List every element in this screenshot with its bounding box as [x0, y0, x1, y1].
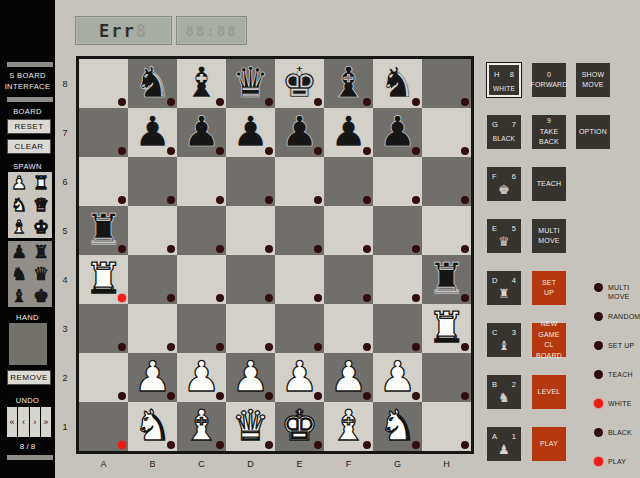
key-button-d4[interactable]: D4♜: [487, 271, 521, 305]
spawn-black-knight[interactable]: ♞: [8, 263, 30, 285]
square-led-d1: [265, 441, 273, 449]
square-led-d7: [265, 147, 273, 155]
led-label: TEACH: [608, 370, 640, 379]
square-a7[interactable]: [79, 108, 128, 157]
square-h8[interactable]: [422, 59, 471, 108]
error-display: Err8: [75, 16, 172, 45]
square-h1[interactable]: [422, 402, 471, 451]
black-bishop[interactable]: ♝: [11, 286, 27, 306]
square-a5[interactable]: ♜: [79, 206, 128, 255]
square-led-h1: [461, 441, 469, 449]
spawn-palette-black: ♟♜♞♛♝♚: [8, 241, 52, 307]
square-c4[interactable]: [177, 255, 226, 304]
square-a1[interactable]: [79, 402, 128, 451]
square-led-c8: [216, 98, 224, 106]
square-led-c2: [216, 392, 224, 400]
key-button-f6[interactable]: F6♚: [487, 167, 521, 201]
square-led-g6: [412, 196, 420, 204]
remove-button[interactable]: REMOVE: [7, 370, 51, 385]
file-label-c: C: [177, 459, 226, 469]
led-label: RANDOM: [608, 312, 640, 321]
spawn-white-bishop[interactable]: ♝: [8, 216, 30, 238]
chess-board: ♞♝♛♚♝♞♟♟♟♟♟♟♜♜♜♜♟♟♟♟♟♟♞♝♛♚♝♞: [76, 56, 474, 454]
spawn-black-rook[interactable]: ♜: [30, 241, 52, 263]
square-led-g5: [412, 245, 420, 253]
key-file-label: E: [492, 224, 497, 233]
led-label: PLAY: [608, 457, 640, 466]
led-white: WHITE: [594, 399, 640, 408]
square-f1[interactable]: ♝: [324, 402, 373, 451]
square-led-g1: [412, 441, 420, 449]
spawn-white-king[interactable]: ♚: [30, 216, 52, 238]
file-label-d: D: [226, 459, 275, 469]
square-led-d2: [265, 392, 273, 400]
divider: [7, 62, 53, 67]
square-c8[interactable]: ♝: [177, 59, 226, 108]
key-side-label: BLACK: [487, 135, 521, 142]
key-digit-label: 5: [512, 224, 516, 233]
square-led-b5: [167, 245, 175, 253]
square-e7[interactable]: ♟: [275, 108, 324, 157]
square-led-d8: [265, 98, 273, 106]
square-led-f6: [363, 196, 371, 204]
square-led-h8: [461, 98, 469, 106]
rank-label-4: 4: [56, 255, 74, 304]
spawn-black-king[interactable]: ♚: [30, 285, 52, 307]
rank-label-2: 2: [56, 353, 74, 402]
key-file-label: A: [492, 432, 497, 441]
key-digit-label: 3: [512, 328, 516, 337]
square-led-a6: [118, 196, 126, 204]
0-forward-button[interactable]: 0 FORWARD: [532, 63, 566, 97]
9-take-back-button[interactable]: 9 TAKE BACK: [532, 115, 566, 149]
square-led-c3: [216, 343, 224, 351]
undo-forward-button[interactable]: ›: [30, 407, 40, 437]
square-led-f8: [363, 98, 371, 106]
square-e3[interactable]: [275, 304, 324, 353]
square-e8[interactable]: ♚: [275, 59, 324, 108]
square-d5[interactable]: [226, 206, 275, 255]
square-led-f7: [363, 147, 371, 155]
level-button[interactable]: LEVEL: [532, 375, 566, 409]
square-c5[interactable]: [177, 206, 226, 255]
led-label: WHITE: [608, 399, 640, 408]
key-digit-label: 1: [512, 432, 516, 441]
square-led-e5: [314, 245, 322, 253]
knight-icon: ♞: [487, 391, 521, 405]
square-led-c6: [216, 196, 224, 204]
square-d6[interactable]: [226, 157, 275, 206]
square-led-h6: [461, 196, 469, 204]
square-led-f2: [363, 392, 371, 400]
square-h5[interactable]: [422, 206, 471, 255]
key-button-a1[interactable]: A1♟: [487, 427, 521, 461]
square-led-h3: [461, 343, 469, 351]
undo-last-button[interactable]: »: [41, 407, 51, 437]
square-f3[interactable]: [324, 304, 373, 353]
white-pawn[interactable]: ♟: [11, 173, 27, 193]
square-h2[interactable]: [422, 353, 471, 402]
spawn-palette-white: ♟♜♞♛♝♚: [8, 172, 52, 238]
pawn-icon: ♟: [487, 443, 521, 457]
square-led-e4: [314, 294, 322, 302]
key-button-g7[interactable]: G7BLACK: [487, 115, 521, 149]
square-h7[interactable]: [422, 108, 471, 157]
square-led-d5: [265, 245, 273, 253]
square-b1[interactable]: ♞: [128, 402, 177, 451]
queen-icon: ♛: [487, 235, 521, 249]
white-bishop[interactable]: ♝: [11, 217, 27, 237]
square-h4[interactable]: ♜: [422, 255, 471, 304]
square-led-g4: [412, 294, 420, 302]
file-label-b: B: [128, 459, 177, 469]
led-dot-set-up: [594, 341, 603, 350]
square-e4[interactable]: [275, 255, 324, 304]
square-h6[interactable]: [422, 157, 471, 206]
lcd-ghost-digit: 8: [136, 21, 148, 41]
square-b7[interactable]: ♟: [128, 108, 177, 157]
led-random: RANDOM: [594, 312, 640, 321]
square-d8[interactable]: ♛: [226, 59, 275, 108]
square-b6[interactable]: [128, 157, 177, 206]
square-led-a1: [118, 441, 126, 449]
led-black: BLACK: [594, 428, 640, 437]
square-f8[interactable]: ♝: [324, 59, 373, 108]
spawn-white-pawn[interactable]: ♟: [8, 172, 30, 194]
rank-label-7: 7: [56, 108, 74, 157]
reset-button[interactable]: RESET: [7, 119, 51, 134]
square-led-b7: [167, 147, 175, 155]
black-knight[interactable]: ♞: [11, 264, 27, 284]
rank-label-3: 3: [56, 304, 74, 353]
undo-controls: «‹›»: [7, 407, 51, 437]
key-side-label: WHITE: [489, 85, 519, 92]
square-f4[interactable]: [324, 255, 373, 304]
square-a8[interactable]: [79, 59, 128, 108]
square-led-h7: [461, 147, 469, 155]
spawn-black-queen[interactable]: ♛: [30, 263, 52, 285]
square-f7[interactable]: ♟: [324, 108, 373, 157]
square-led-b2: [167, 392, 175, 400]
led-label: BLACK: [608, 428, 640, 437]
square-b8[interactable]: ♞: [128, 59, 177, 108]
white-king[interactable]: ♚: [33, 217, 49, 237]
square-d2[interactable]: ♟: [226, 353, 275, 402]
rook-icon: ♜: [487, 287, 521, 301]
square-led-e8: [314, 98, 322, 106]
spawn-white-rook[interactable]: ♜: [30, 172, 52, 194]
key-file-label: C: [492, 328, 498, 337]
play-button[interactable]: PLAY: [532, 427, 566, 461]
square-led-c7: [216, 147, 224, 155]
key-file-label: H: [494, 70, 500, 79]
square-c7[interactable]: ♟: [177, 108, 226, 157]
square-a2[interactable]: [79, 353, 128, 402]
divider: [7, 97, 53, 102]
square-e1[interactable]: ♚: [275, 402, 324, 451]
square-led-b4: [167, 294, 175, 302]
square-led-b1: [167, 441, 175, 449]
show-move-button[interactable]: SHOW MOVE: [576, 63, 610, 97]
square-led-a8: [118, 98, 126, 106]
undo-first-button[interactable]: «: [7, 407, 17, 437]
white-queen[interactable]: ♛: [33, 195, 49, 215]
square-g8[interactable]: ♞: [373, 59, 422, 108]
square-b2[interactable]: ♟: [128, 353, 177, 402]
square-g1[interactable]: ♞: [373, 402, 422, 451]
square-c2[interactable]: ♟: [177, 353, 226, 402]
square-led-f4: [363, 294, 371, 302]
square-led-a7: [118, 147, 126, 155]
key-button-b2[interactable]: B2♞: [487, 375, 521, 409]
key-button-e5[interactable]: E5♛: [487, 219, 521, 253]
undo-back-button[interactable]: ‹: [18, 407, 28, 437]
led-teach: TEACH: [594, 370, 640, 379]
square-led-b8: [167, 98, 175, 106]
key-file-label: D: [492, 276, 498, 285]
square-led-f3: [363, 343, 371, 351]
square-d7[interactable]: ♟: [226, 108, 275, 157]
square-e6[interactable]: [275, 157, 324, 206]
square-c1[interactable]: ♝: [177, 402, 226, 451]
divider: [7, 455, 53, 460]
led-play: PLAY: [594, 457, 640, 466]
black-king[interactable]: ♚: [33, 286, 49, 306]
led-dot-black: [594, 428, 603, 437]
clock-display: 88:88: [176, 16, 247, 45]
square-d3[interactable]: [226, 304, 275, 353]
led-dot-teach: [594, 370, 603, 379]
square-a3[interactable]: [79, 304, 128, 353]
key-button-c3[interactable]: C3♝: [487, 323, 521, 357]
square-a6[interactable]: [79, 157, 128, 206]
square-b5[interactable]: [128, 206, 177, 255]
rank-labels: 87654321: [56, 59, 74, 451]
new-game-cl-board-button[interactable]: NEW GAME CL BOARD: [532, 323, 566, 357]
square-g5[interactable]: [373, 206, 422, 255]
square-led-c4: [216, 294, 224, 302]
key-file-label: B: [492, 380, 497, 389]
key-file-label: G: [492, 120, 498, 129]
key-digit-label: 4: [512, 276, 516, 285]
file-labels: ABCDEFGH: [79, 459, 471, 469]
file-label-g: G: [373, 459, 422, 469]
king-icon: ♚: [487, 183, 521, 197]
led-multi-move: MULTI MOVE: [594, 283, 640, 301]
key-digit-label: 7: [512, 120, 516, 129]
square-led-a4: [118, 294, 126, 302]
square-f6[interactable]: [324, 157, 373, 206]
hand-slot[interactable]: [9, 323, 47, 365]
chess-computer-app: S BOARD INTERFACE BOARD RESET CLEAR SPAW…: [0, 0, 640, 478]
led-set-up: SET UP: [594, 341, 640, 350]
key-file-label: F: [492, 172, 497, 181]
key-digit-label: 6: [512, 172, 516, 181]
spawn-white-knight[interactable]: ♞: [8, 194, 30, 216]
spawn-label: SPAWN: [0, 162, 55, 171]
lcd-clock-ghost: 88:88: [185, 23, 237, 39]
key-button-h8[interactable]: H8WHITE: [487, 63, 521, 97]
led-dot-multi-move: [594, 283, 603, 292]
square-led-a3: [118, 343, 126, 351]
led-dot-random: [594, 312, 603, 321]
square-a4[interactable]: ♜: [79, 255, 128, 304]
sidebar-title-line2: INTERFACE: [0, 82, 55, 91]
square-led-d6: [265, 196, 273, 204]
hand-label: HAND: [0, 313, 55, 322]
square-c3[interactable]: [177, 304, 226, 353]
spawn-white-queen[interactable]: ♛: [30, 194, 52, 216]
square-g3[interactable]: [373, 304, 422, 353]
square-led-g2: [412, 392, 420, 400]
square-led-e1: [314, 441, 322, 449]
square-b3[interactable]: [128, 304, 177, 353]
spawn-black-bishop[interactable]: ♝: [8, 285, 30, 307]
rank-label-1: 1: [56, 402, 74, 451]
black-pawn[interactable]: ♟: [11, 242, 27, 262]
square-h3[interactable]: ♜: [422, 304, 471, 353]
square-led-e6: [314, 196, 322, 204]
file-label-e: E: [275, 459, 324, 469]
square-led-b3: [167, 343, 175, 351]
led-label: MULTI MOVE: [608, 283, 640, 301]
white-knight[interactable]: ♞: [11, 195, 27, 215]
square-g6[interactable]: [373, 157, 422, 206]
square-led-h2: [461, 392, 469, 400]
rank-label-8: 8: [56, 59, 74, 108]
bishop-icon: ♝: [487, 339, 521, 353]
square-g7[interactable]: ♟: [373, 108, 422, 157]
black-rook[interactable]: ♜: [33, 242, 49, 262]
teach-button[interactable]: TEACH: [532, 167, 566, 201]
rank-label-5: 5: [56, 206, 74, 255]
square-e2[interactable]: ♟: [275, 353, 324, 402]
square-led-b6: [167, 196, 175, 204]
square-led-c1: [216, 441, 224, 449]
square-led-e2: [314, 392, 322, 400]
square-led-g3: [412, 343, 420, 351]
square-led-e3: [314, 343, 322, 351]
set-up-button[interactable]: SET UP: [532, 271, 566, 305]
square-led-a5: [118, 245, 126, 253]
option-button[interactable]: OPTION: [576, 115, 610, 149]
square-led-f5: [363, 245, 371, 253]
key-digit-label: 2: [512, 380, 516, 389]
square-led-h4: [461, 294, 469, 302]
black-queen[interactable]: ♛: [33, 264, 49, 284]
square-led-a2: [118, 392, 126, 400]
rank-label-6: 6: [56, 157, 74, 206]
white-rook[interactable]: ♜: [33, 173, 49, 193]
square-led-d3: [265, 343, 273, 351]
square-g2[interactable]: ♟: [373, 353, 422, 402]
square-led-f1: [363, 441, 371, 449]
square-led-g7: [412, 147, 420, 155]
sidebar-title-line1: S BOARD: [0, 71, 55, 80]
square-led-g8: [412, 98, 420, 106]
square-f2[interactable]: ♟: [324, 353, 373, 402]
led-dot-play: [594, 457, 603, 466]
lcd-error-text: Err: [99, 21, 136, 41]
square-led-e7: [314, 147, 322, 155]
square-f5[interactable]: [324, 206, 373, 255]
square-c6[interactable]: [177, 157, 226, 206]
spawn-black-pawn[interactable]: ♟: [8, 241, 30, 263]
square-e5[interactable]: [275, 206, 324, 255]
file-label-a: A: [79, 459, 128, 469]
led-label: SET UP: [608, 341, 640, 350]
square-d1[interactable]: ♛: [226, 402, 275, 451]
key-digit-label: 8: [510, 70, 514, 79]
multi-move-button[interactable]: MULTI MOVE: [532, 219, 566, 253]
sidebar: S BOARD INTERFACE BOARD RESET CLEAR SPAW…: [0, 0, 55, 478]
square-g4[interactable]: [373, 255, 422, 304]
undo-label: UNDO: [0, 396, 55, 405]
square-d4[interactable]: [226, 255, 275, 304]
file-label-f: F: [324, 459, 373, 469]
square-b4[interactable]: [128, 255, 177, 304]
led-dot-white: [594, 399, 603, 408]
square-led-h5: [461, 245, 469, 253]
board-section-label: BOARD: [0, 107, 55, 116]
file-label-h: H: [422, 459, 471, 469]
undo-counter: 8 / 8: [0, 442, 55, 451]
square-led-c5: [216, 245, 224, 253]
clear-button[interactable]: CLEAR: [7, 139, 51, 154]
square-led-d4: [265, 294, 273, 302]
